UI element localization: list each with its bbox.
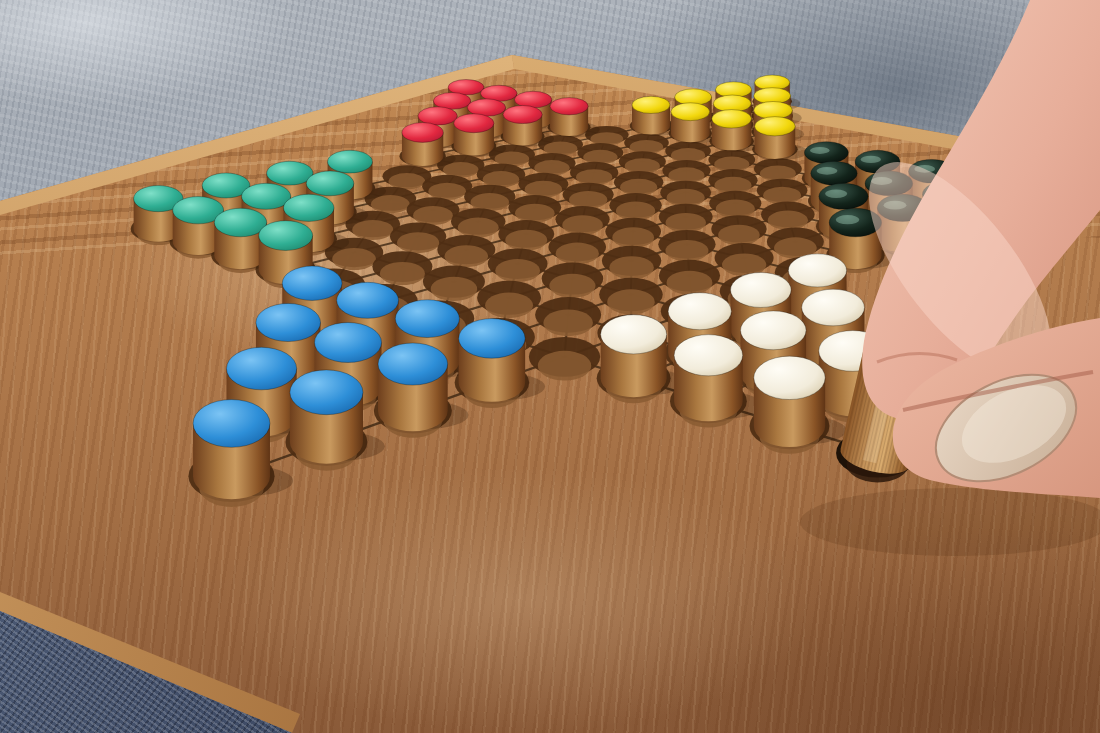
- board-hole: [464, 185, 515, 211]
- board-hole: [548, 233, 606, 265]
- board-hole: [659, 260, 720, 295]
- board-hole: [708, 169, 757, 194]
- board-hole: [535, 297, 601, 336]
- board-hole: [660, 181, 711, 207]
- hand-shadow: [800, 488, 1100, 556]
- board-hole: [619, 151, 666, 174]
- board-hole: [761, 202, 815, 230]
- board-hole: [437, 235, 495, 267]
- board-hole: [529, 337, 600, 381]
- board-hole: [508, 195, 561, 223]
- board-hole: [602, 246, 661, 279]
- board-hole: [605, 218, 661, 248]
- board-hole: [709, 191, 761, 218]
- board-hole: [488, 248, 548, 282]
- scene: [0, 0, 1100, 733]
- board-hole: [477, 164, 526, 188]
- board-hole: [477, 281, 541, 318]
- board-hole: [577, 143, 623, 165]
- board-hole: [754, 158, 802, 181]
- board-hole: [563, 183, 614, 209]
- board-hole: [708, 150, 755, 172]
- board-hole: [555, 206, 609, 235]
- board-hole: [542, 263, 604, 298]
- board-hole: [570, 162, 618, 186]
- board-hole: [423, 266, 485, 302]
- board-hole: [528, 153, 575, 176]
- board-hole: [624, 133, 669, 153]
- peg-red[interactable]: [550, 98, 600, 138]
- board-hole: [451, 208, 505, 237]
- board-hole: [518, 173, 568, 198]
- board-hole: [498, 220, 554, 250]
- board-hole: [715, 243, 774, 276]
- board-hole: [659, 204, 713, 232]
- board-hole: [662, 160, 710, 183]
- board-hole: [757, 179, 808, 205]
- board-scene-svg: [0, 0, 1100, 733]
- board-hole: [665, 141, 711, 162]
- board-hole: [609, 193, 661, 220]
- board-hole: [599, 278, 663, 315]
- board-hole: [711, 215, 766, 245]
- board-hole: [658, 230, 715, 261]
- board-hole: [614, 171, 664, 196]
